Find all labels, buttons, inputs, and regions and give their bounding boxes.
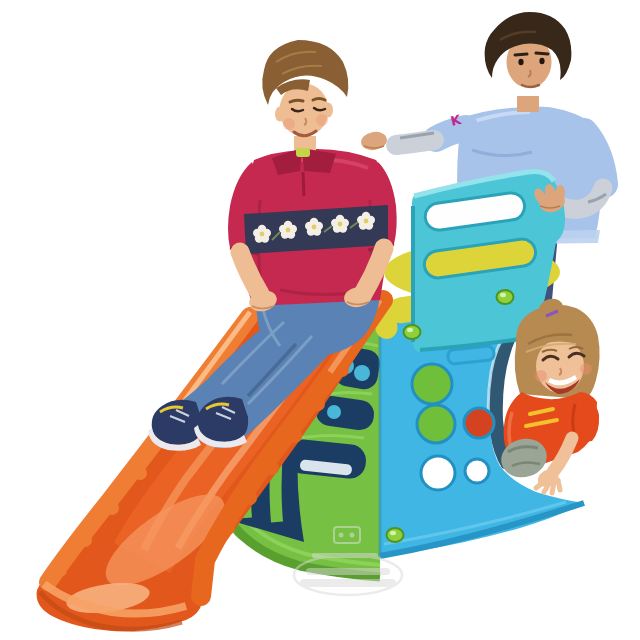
product-photo: K bbox=[0, 0, 640, 640]
climb-knob bbox=[497, 290, 514, 304]
climb-knob bbox=[404, 325, 421, 339]
standing-boy-neck bbox=[517, 96, 539, 112]
playset-scene: K bbox=[0, 0, 640, 640]
standing-boy-hand-on-shoulder bbox=[360, 130, 389, 152]
climb-knob bbox=[387, 528, 404, 542]
